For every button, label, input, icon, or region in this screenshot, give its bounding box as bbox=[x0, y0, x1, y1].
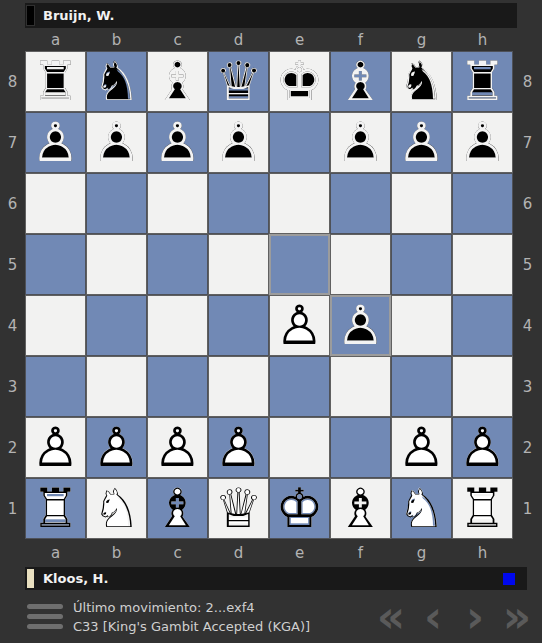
square-b2[interactable]: ♟♙ bbox=[86, 417, 147, 478]
file-label-e: e bbox=[269, 28, 330, 51]
square-g8[interactable]: ♞♘ bbox=[391, 51, 452, 112]
piece-white-pawn-e4[interactable]: ♟♙ bbox=[269, 295, 330, 356]
square-g2[interactable]: ♟♙ bbox=[391, 417, 452, 478]
piece-white-rook-a1[interactable]: ♜♖ bbox=[25, 478, 86, 539]
player-bar-bottom: Kloos, H. bbox=[25, 567, 527, 590]
square-d2[interactable]: ♟♙ bbox=[208, 417, 269, 478]
piece-black-bishop-f8[interactable]: ♝♗ bbox=[330, 51, 391, 112]
square-e5[interactable] bbox=[269, 234, 330, 295]
rank-label-5: 5 bbox=[0, 234, 25, 295]
square-e1[interactable]: ♚♔ bbox=[269, 478, 330, 539]
black-pawn-outline-icon: ♙ bbox=[208, 112, 269, 173]
nav-previous-button[interactable]: ‹ bbox=[412, 592, 454, 642]
square-h4[interactable] bbox=[452, 295, 513, 356]
rank-labels-left: 87654321 bbox=[0, 51, 25, 539]
piece-black-knight-b8[interactable]: ♞♘ bbox=[86, 51, 147, 112]
file-label-h: h bbox=[452, 539, 513, 567]
piece-black-queen-d8[interactable]: ♛♕ bbox=[208, 51, 269, 112]
square-e3[interactable] bbox=[269, 356, 330, 417]
square-c5[interactable] bbox=[147, 234, 208, 295]
square-g3[interactable] bbox=[391, 356, 452, 417]
square-g7[interactable]: ♟♙ bbox=[391, 112, 452, 173]
square-c2[interactable]: ♟♙ bbox=[147, 417, 208, 478]
square-b3[interactable] bbox=[86, 356, 147, 417]
board-area: 87654321 ♜♖♞♘♝♗♛♕♚♔♝♗♞♘♜♖♟♙♟♙♟♙♟♙♟♙♟♙♟♙♟… bbox=[0, 51, 542, 539]
file-label-g: g bbox=[391, 539, 452, 567]
file-label-c: c bbox=[147, 28, 208, 51]
chess-app-window: Bruijn, W. abcdefgh 87654321 ♜♖♞♘♝♗♛♕♚♔♝… bbox=[0, 0, 542, 643]
square-g6[interactable] bbox=[391, 173, 452, 234]
status-text: Último movimiento: 2...exf4 C33 [King's … bbox=[73, 598, 310, 636]
square-c6[interactable] bbox=[147, 173, 208, 234]
rank-labels-right: 87654321 bbox=[513, 51, 542, 539]
square-h8[interactable]: ♜♖ bbox=[452, 51, 513, 112]
nav-last-button[interactable]: » bbox=[496, 592, 538, 642]
piece-white-pawn-c2[interactable]: ♟♙ bbox=[147, 417, 208, 478]
white-knight-outline-icon: ♘ bbox=[86, 478, 147, 539]
file-label-g: g bbox=[391, 28, 452, 51]
black-queen-outline-icon: ♕ bbox=[208, 51, 269, 112]
square-f8[interactable]: ♝♗ bbox=[330, 51, 391, 112]
top-player-name: Bruijn, W. bbox=[43, 8, 114, 23]
square-g1[interactable]: ♞♘ bbox=[391, 478, 452, 539]
black-king-outline-icon: ♔ bbox=[269, 51, 330, 112]
rank-label-7: 7 bbox=[513, 112, 542, 173]
square-g5[interactable] bbox=[391, 234, 452, 295]
square-h5[interactable] bbox=[452, 234, 513, 295]
piece-white-rook-h1[interactable]: ♜♖ bbox=[452, 478, 513, 539]
square-f6[interactable] bbox=[330, 173, 391, 234]
piece-black-rook-h8[interactable]: ♜♖ bbox=[452, 51, 513, 112]
square-h1[interactable]: ♜♖ bbox=[452, 478, 513, 539]
piece-white-knight-b1[interactable]: ♞♘ bbox=[86, 478, 147, 539]
square-e7[interactable] bbox=[269, 112, 330, 173]
white-bishop-outline-icon: ♗ bbox=[330, 478, 391, 539]
black-pawn-outline-icon: ♙ bbox=[330, 112, 391, 173]
square-e4[interactable]: ♟♙ bbox=[269, 295, 330, 356]
rank-label-1: 1 bbox=[513, 478, 542, 539]
square-a7[interactable]: ♟♙ bbox=[25, 112, 86, 173]
file-label-f: f bbox=[330, 28, 391, 51]
move-navigation: « ‹ › » bbox=[370, 592, 538, 642]
piece-white-pawn-d2[interactable]: ♟♙ bbox=[208, 417, 269, 478]
black-pawn-outline-icon: ♙ bbox=[86, 112, 147, 173]
white-pawn-outline-icon: ♙ bbox=[208, 417, 269, 478]
file-label-a: a bbox=[25, 28, 86, 51]
piece-black-pawn-b7[interactable]: ♟♙ bbox=[86, 112, 147, 173]
chess-board: ♜♖♞♘♝♗♛♕♚♔♝♗♞♘♜♖♟♙♟♙♟♙♟♙♟♙♟♙♟♙♟♙♟♙♟♙♟♙♟♙… bbox=[25, 51, 513, 539]
white-king-outline-icon: ♔ bbox=[269, 478, 330, 539]
white-rook-outline-icon: ♖ bbox=[25, 478, 86, 539]
white-pawn-outline-icon: ♙ bbox=[269, 295, 330, 356]
black-pawn-outline-icon: ♙ bbox=[330, 295, 391, 356]
status-panel: Último movimiento: 2...exf4 C33 [King's … bbox=[0, 590, 542, 643]
piece-white-pawn-b2[interactable]: ♟♙ bbox=[86, 417, 147, 478]
white-pawn-outline-icon: ♙ bbox=[25, 417, 86, 478]
square-c3[interactable] bbox=[147, 356, 208, 417]
square-e2[interactable] bbox=[269, 417, 330, 478]
piece-black-pawn-f4[interactable]: ♟♙ bbox=[330, 295, 391, 356]
square-d3[interactable] bbox=[208, 356, 269, 417]
black-bishop-outline-icon: ♗ bbox=[330, 51, 391, 112]
square-a4[interactable] bbox=[25, 295, 86, 356]
piece-white-pawn-g2[interactable]: ♟♙ bbox=[391, 417, 452, 478]
rank-label-8: 8 bbox=[0, 51, 25, 112]
black-pawn-outline-icon: ♙ bbox=[25, 112, 86, 173]
square-c8[interactable]: ♝♗ bbox=[147, 51, 208, 112]
square-f1[interactable]: ♝♗ bbox=[330, 478, 391, 539]
last-move-label: Último movimiento: 2...exf4 bbox=[73, 598, 310, 617]
rank-label-7: 7 bbox=[0, 112, 25, 173]
square-h3[interactable] bbox=[452, 356, 513, 417]
square-b7[interactable]: ♟♙ bbox=[86, 112, 147, 173]
square-a2[interactable]: ♟♙ bbox=[25, 417, 86, 478]
square-e8[interactable]: ♚♔ bbox=[269, 51, 330, 112]
square-f4[interactable]: ♟♙ bbox=[330, 295, 391, 356]
black-bishop-outline-icon: ♗ bbox=[147, 51, 208, 112]
black-rook-outline-icon: ♖ bbox=[452, 51, 513, 112]
white-pawn-outline-icon: ♙ bbox=[147, 417, 208, 478]
file-label-b: b bbox=[86, 28, 147, 51]
square-b8[interactable]: ♞♘ bbox=[86, 51, 147, 112]
square-a5[interactable] bbox=[25, 234, 86, 295]
square-a6[interactable] bbox=[25, 173, 86, 234]
black-pawn-outline-icon: ♙ bbox=[452, 112, 513, 173]
piece-white-pawn-h2[interactable]: ♟♙ bbox=[452, 417, 513, 478]
black-knight-outline-icon: ♘ bbox=[391, 51, 452, 112]
menu-icon[interactable] bbox=[27, 604, 63, 629]
black-rook-outline-icon: ♖ bbox=[25, 51, 86, 112]
file-labels-top: abcdefgh bbox=[25, 28, 513, 51]
black-knight-outline-icon: ♘ bbox=[86, 51, 147, 112]
rank-label-2: 2 bbox=[0, 417, 25, 478]
white-pawn-outline-icon: ♙ bbox=[391, 417, 452, 478]
file-label-d: d bbox=[208, 539, 269, 567]
white-queen-outline-icon: ♕ bbox=[208, 478, 269, 539]
white-knight-outline-icon: ♘ bbox=[391, 478, 452, 539]
file-label-b: b bbox=[86, 539, 147, 567]
square-b6[interactable] bbox=[86, 173, 147, 234]
white-pawn-outline-icon: ♙ bbox=[452, 417, 513, 478]
rank-label-4: 4 bbox=[513, 295, 542, 356]
rank-label-6: 6 bbox=[513, 173, 542, 234]
square-b1[interactable]: ♞♘ bbox=[86, 478, 147, 539]
black-color-indicator bbox=[27, 6, 34, 25]
piece-white-bishop-f1[interactable]: ♝♗ bbox=[330, 478, 391, 539]
square-a1[interactable]: ♜♖ bbox=[25, 478, 86, 539]
piece-black-pawn-g7[interactable]: ♟♙ bbox=[391, 112, 452, 173]
side-to-move-indicator bbox=[503, 573, 515, 585]
square-c4[interactable] bbox=[147, 295, 208, 356]
file-label-h: h bbox=[452, 28, 513, 51]
square-a8[interactable]: ♜♖ bbox=[25, 51, 86, 112]
white-color-indicator bbox=[27, 569, 34, 588]
bottom-player-name: Kloos, H. bbox=[43, 571, 108, 586]
square-f5[interactable] bbox=[330, 234, 391, 295]
file-label-f: f bbox=[330, 539, 391, 567]
white-pawn-outline-icon: ♙ bbox=[86, 417, 147, 478]
piece-white-pawn-a2[interactable]: ♟♙ bbox=[25, 417, 86, 478]
square-f3[interactable] bbox=[330, 356, 391, 417]
square-b4[interactable] bbox=[86, 295, 147, 356]
square-h7[interactable]: ♟♙ bbox=[452, 112, 513, 173]
square-d5[interactable] bbox=[208, 234, 269, 295]
file-label-a: a bbox=[25, 539, 86, 567]
piece-white-knight-g1[interactable]: ♞♘ bbox=[391, 478, 452, 539]
piece-black-pawn-f7[interactable]: ♟♙ bbox=[330, 112, 391, 173]
piece-black-rook-a8[interactable]: ♜♖ bbox=[25, 51, 86, 112]
square-h2[interactable]: ♟♙ bbox=[452, 417, 513, 478]
piece-black-bishop-c8[interactable]: ♝♗ bbox=[147, 51, 208, 112]
square-b5[interactable] bbox=[86, 234, 147, 295]
square-d1[interactable]: ♛♕ bbox=[208, 478, 269, 539]
piece-black-pawn-c7[interactable]: ♟♙ bbox=[147, 112, 208, 173]
square-f7[interactable]: ♟♙ bbox=[330, 112, 391, 173]
white-rook-outline-icon: ♖ bbox=[452, 478, 513, 539]
rank-label-4: 4 bbox=[0, 295, 25, 356]
rank-label-8: 8 bbox=[513, 51, 542, 112]
file-label-d: d bbox=[208, 28, 269, 51]
square-f2[interactable] bbox=[330, 417, 391, 478]
piece-black-king-e8[interactable]: ♚♔ bbox=[269, 51, 330, 112]
rank-label-1: 1 bbox=[0, 478, 25, 539]
white-bishop-outline-icon: ♗ bbox=[147, 478, 208, 539]
file-labels-bottom: abcdefgh bbox=[25, 539, 513, 567]
square-d6[interactable] bbox=[208, 173, 269, 234]
black-pawn-outline-icon: ♙ bbox=[147, 112, 208, 173]
square-d7[interactable]: ♟♙ bbox=[208, 112, 269, 173]
rank-label-6: 6 bbox=[0, 173, 25, 234]
square-a3[interactable] bbox=[25, 356, 86, 417]
piece-black-pawn-a7[interactable]: ♟♙ bbox=[25, 112, 86, 173]
piece-black-pawn-h7[interactable]: ♟♙ bbox=[452, 112, 513, 173]
opening-label: C33 [King's Gambit Accepted (KGA)] bbox=[73, 617, 310, 636]
file-label-e: e bbox=[269, 539, 330, 567]
piece-white-king-e1[interactable]: ♚♔ bbox=[269, 478, 330, 539]
piece-black-pawn-d7[interactable]: ♟♙ bbox=[208, 112, 269, 173]
player-bar-top: Bruijn, W. bbox=[25, 3, 517, 28]
square-c1[interactable]: ♝♗ bbox=[147, 478, 208, 539]
rank-label-5: 5 bbox=[513, 234, 542, 295]
rank-label-3: 3 bbox=[0, 356, 25, 417]
black-pawn-outline-icon: ♙ bbox=[391, 112, 452, 173]
square-h6[interactable] bbox=[452, 173, 513, 234]
square-c7[interactable]: ♟♙ bbox=[147, 112, 208, 173]
nav-next-button[interactable]: › bbox=[454, 592, 496, 642]
square-d4[interactable] bbox=[208, 295, 269, 356]
piece-white-bishop-c1[interactable]: ♝♗ bbox=[147, 478, 208, 539]
nav-first-button[interactable]: « bbox=[370, 592, 412, 642]
rank-label-3: 3 bbox=[513, 356, 542, 417]
square-d8[interactable]: ♛♕ bbox=[208, 51, 269, 112]
rank-label-2: 2 bbox=[513, 417, 542, 478]
file-label-c: c bbox=[147, 539, 208, 567]
piece-black-knight-g8[interactable]: ♞♘ bbox=[391, 51, 452, 112]
square-g4[interactable] bbox=[391, 295, 452, 356]
piece-white-queen-d1[interactable]: ♛♕ bbox=[208, 478, 269, 539]
square-e6[interactable] bbox=[269, 173, 330, 234]
